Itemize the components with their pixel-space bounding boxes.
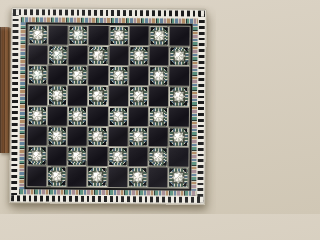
square-a8[interactable] (28, 25, 47, 44)
mother-of-pearl-rosette-icon (111, 150, 124, 163)
mother-of-pearl-rosette-icon (172, 130, 185, 143)
square-g1[interactable] (148, 168, 167, 187)
mother-of-pearl-rosette-icon (112, 29, 125, 42)
square-c3[interactable] (68, 126, 87, 145)
mother-of-pearl-rosette-icon (153, 29, 166, 42)
square-h7[interactable] (170, 46, 189, 65)
square-a3[interactable] (27, 126, 46, 145)
mother-of-pearl-rosette-icon (152, 110, 165, 123)
square-a1[interactable] (27, 167, 46, 186)
square-d7[interactable] (89, 46, 108, 65)
square-e7[interactable] (109, 46, 128, 65)
square-b3[interactable] (47, 126, 66, 145)
square-a4[interactable] (27, 106, 46, 125)
mother-of-pearl-rosette-icon (71, 150, 84, 163)
square-f4[interactable] (129, 107, 148, 126)
square-g5[interactable] (149, 87, 168, 106)
mother-of-pearl-rosette-icon (92, 49, 105, 62)
square-c6[interactable] (68, 66, 87, 85)
square-e6[interactable] (109, 66, 128, 85)
mother-of-pearl-rosette-icon (50, 170, 63, 183)
square-h4[interactable] (169, 107, 188, 126)
square-f7[interactable] (129, 46, 148, 65)
square-e1[interactable] (108, 167, 127, 186)
mother-of-pearl-rosette-icon (51, 89, 64, 102)
square-g7[interactable] (149, 46, 168, 65)
mother-of-pearl-rosette-icon (91, 170, 104, 183)
square-b8[interactable] (48, 25, 67, 44)
mother-of-pearl-rosette-icon (71, 69, 84, 82)
square-a6[interactable] (28, 65, 47, 84)
mother-of-pearl-rosette-icon (173, 49, 186, 62)
square-a5[interactable] (28, 86, 47, 105)
mother-of-pearl-rosette-icon (51, 48, 64, 61)
square-d8[interactable] (89, 25, 108, 44)
mother-of-pearl-rosette-icon (131, 171, 144, 184)
square-g3[interactable] (149, 127, 168, 146)
square-h6[interactable] (169, 67, 188, 86)
square-c2[interactable] (67, 147, 86, 166)
chessboard (9, 7, 207, 205)
mother-of-pearl-rosette-icon (31, 68, 44, 81)
mother-of-pearl-rosette-icon (152, 151, 165, 164)
square-g2[interactable] (148, 147, 167, 166)
square-f6[interactable] (129, 66, 148, 85)
square-g6[interactable] (149, 66, 168, 85)
mother-of-pearl-rosette-icon (172, 171, 185, 184)
mother-of-pearl-rosette-icon (112, 69, 125, 82)
square-d3[interactable] (88, 127, 107, 146)
mother-of-pearl-rosette-icon (71, 109, 84, 122)
mother-of-pearl-rosette-icon (111, 110, 124, 123)
mother-of-pearl-rosette-icon (31, 28, 44, 41)
square-a2[interactable] (27, 146, 46, 165)
square-a7[interactable] (28, 45, 47, 64)
square-g4[interactable] (149, 107, 168, 126)
mother-of-pearl-rosette-icon (30, 149, 43, 162)
square-d2[interactable] (88, 147, 107, 166)
square-b6[interactable] (48, 65, 67, 84)
square-h1[interactable] (169, 168, 188, 187)
mother-of-pearl-rosette-icon (91, 89, 104, 102)
mother-of-pearl-rosette-icon (132, 90, 145, 103)
square-c4[interactable] (68, 106, 87, 125)
square-f5[interactable] (129, 86, 148, 105)
square-c1[interactable] (67, 167, 86, 186)
square-c5[interactable] (68, 86, 87, 105)
square-e5[interactable] (109, 86, 128, 105)
square-e4[interactable] (108, 107, 127, 126)
square-d1[interactable] (88, 167, 107, 186)
square-d4[interactable] (88, 106, 107, 125)
square-b7[interactable] (48, 45, 67, 64)
square-b5[interactable] (48, 86, 67, 105)
square-e3[interactable] (108, 127, 127, 146)
mother-of-pearl-rosette-icon (152, 70, 165, 83)
square-h5[interactable] (169, 87, 188, 106)
square-c7[interactable] (68, 45, 87, 64)
square-e2[interactable] (108, 147, 127, 166)
square-c8[interactable] (69, 25, 88, 44)
square-f2[interactable] (128, 147, 147, 166)
square-b4[interactable] (48, 106, 67, 125)
square-f1[interactable] (128, 167, 147, 186)
scene (0, 0, 216, 214)
mother-of-pearl-rosette-icon (91, 130, 104, 143)
square-h3[interactable] (169, 127, 188, 146)
mother-of-pearl-rosette-icon (30, 109, 43, 122)
square-f3[interactable] (128, 127, 147, 146)
square-d5[interactable] (88, 86, 107, 105)
mother-of-pearl-rosette-icon (72, 28, 85, 41)
mother-of-pearl-rosette-icon (132, 49, 145, 62)
square-h8[interactable] (170, 26, 189, 45)
mother-of-pearl-rosette-icon (51, 129, 64, 142)
square-d6[interactable] (88, 66, 107, 85)
square-h2[interactable] (169, 148, 188, 167)
square-b1[interactable] (47, 167, 66, 186)
square-f8[interactable] (129, 26, 148, 45)
mother-of-pearl-rosette-icon (132, 130, 145, 143)
mother-of-pearl-rosette-icon (172, 90, 185, 103)
square-g8[interactable] (150, 26, 169, 45)
square-b2[interactable] (47, 146, 66, 165)
square-e8[interactable] (109, 26, 128, 45)
board-grid (26, 24, 190, 188)
